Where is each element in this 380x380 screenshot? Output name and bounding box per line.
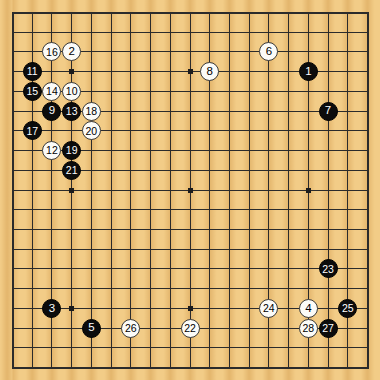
stone-black-15[interactable]: 15 <box>23 82 42 101</box>
star-point-10-16 <box>188 306 193 311</box>
stone-black-23[interactable]: 23 <box>319 259 338 278</box>
grid-horizontal-line-12 <box>12 229 369 230</box>
stone-black-27[interactable]: 27 <box>319 319 338 338</box>
grid-vertical-line-12 <box>229 12 230 369</box>
go-board[interactable]: 1234567891011121314151617181920212223242… <box>0 0 380 380</box>
grid-vertical-line-17 <box>328 12 329 369</box>
grid-horizontal-line-13 <box>12 249 369 250</box>
stone-black-25[interactable]: 25 <box>338 299 357 318</box>
stone-black-19[interactable]: 19 <box>62 141 81 160</box>
stone-white-4[interactable]: 4 <box>299 299 318 318</box>
grid-horizontal-line-19 <box>12 367 369 369</box>
grid-horizontal-line-11 <box>12 209 369 210</box>
grid-horizontal-line-15 <box>12 288 369 289</box>
stone-white-18[interactable]: 18 <box>82 102 101 121</box>
stone-white-28[interactable]: 28 <box>299 319 318 338</box>
stone-black-11[interactable]: 11 <box>23 62 42 81</box>
stone-black-5[interactable]: 5 <box>82 319 101 338</box>
stone-white-12[interactable]: 12 <box>42 141 61 160</box>
star-point-10-10 <box>188 188 193 193</box>
stone-white-20[interactable]: 20 <box>82 121 101 140</box>
grid-horizontal-line-18 <box>12 347 369 348</box>
grid-horizontal-line-14 <box>12 268 369 269</box>
stone-white-26[interactable]: 26 <box>121 319 140 338</box>
stone-white-14[interactable]: 14 <box>42 82 61 101</box>
stone-white-2[interactable]: 2 <box>62 42 81 61</box>
star-point-16-10 <box>306 188 311 193</box>
stone-black-3[interactable]: 3 <box>42 299 61 318</box>
star-point-4-16 <box>69 306 74 311</box>
star-point-4-10 <box>69 188 74 193</box>
stone-black-7[interactable]: 7 <box>319 102 338 121</box>
grid-vertical-line-19 <box>367 12 369 369</box>
stone-white-8[interactable]: 8 <box>200 62 219 81</box>
grid-vertical-line-15 <box>288 12 289 369</box>
star-point-10-4 <box>188 69 193 74</box>
stone-white-22[interactable]: 22 <box>181 319 200 338</box>
stone-white-16[interactable]: 16 <box>42 42 61 61</box>
grid-vertical-line-13 <box>249 12 250 369</box>
stone-black-21[interactable]: 21 <box>62 161 81 180</box>
stone-white-6[interactable]: 6 <box>259 42 278 61</box>
stone-black-17[interactable]: 17 <box>23 121 42 140</box>
stone-black-9[interactable]: 9 <box>42 102 61 121</box>
stone-black-13[interactable]: 13 <box>62 102 81 121</box>
stone-black-1[interactable]: 1 <box>299 62 318 81</box>
stone-white-10[interactable]: 10 <box>62 82 81 101</box>
star-point-4-4 <box>69 69 74 74</box>
stone-white-24[interactable]: 24 <box>259 299 278 318</box>
